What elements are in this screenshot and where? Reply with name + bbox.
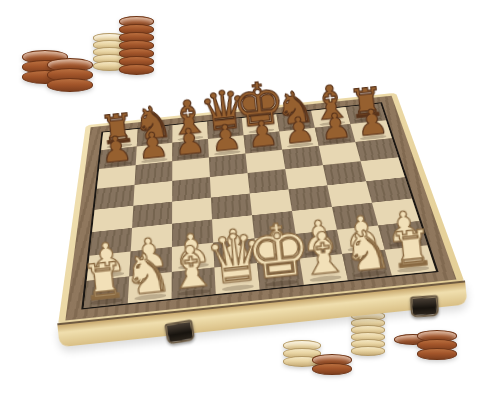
board-tilt-wrapper: ♜♞♝♛♚♞♝♜♟♟♟♟♟♟♟♟♟♟♟♟♟♟♟♟♜♞♝♛♚♝♞♜ (0, 0, 500, 402)
product-photo: ♜♞♝♛♚♞♝♜♟♟♟♟♟♟♟♟♟♟♟♟♟♟♟♟♜♞♝♛♚♝♞♜ (0, 0, 500, 402)
dark-knight: ♞ (273, 85, 317, 131)
square-c5 (172, 177, 211, 202)
square-f5 (285, 165, 327, 189)
piece-shadow (178, 289, 210, 297)
piece-shadow (93, 271, 124, 278)
dark-bishop: ♝ (307, 80, 352, 128)
square-f1: ♝ (300, 254, 348, 285)
square-b1: ♞ (128, 272, 172, 303)
piece-shadow (353, 270, 386, 278)
clasp-left-icon (164, 319, 195, 345)
square-g6 (319, 142, 361, 165)
square-a4 (92, 206, 133, 232)
dark-knight: ♞ (131, 100, 175, 146)
piece-shadow (396, 266, 429, 274)
square-a5 (95, 185, 135, 210)
square-b2: ♟ (129, 247, 172, 276)
square-e7: ♟ (244, 132, 283, 154)
square-g1: ♞ (342, 250, 392, 280)
square-a6 (97, 165, 136, 189)
piece-shadow (262, 254, 293, 261)
square-d7: ♟ (208, 135, 246, 157)
clasp-right-icon (410, 295, 439, 317)
square-c6 (172, 157, 210, 180)
square-h1: ♜ (385, 245, 436, 275)
piece-shadow (222, 284, 254, 292)
square-a1: ♜ (84, 276, 130, 307)
piece-shadow (309, 275, 341, 283)
square-f7: ♟ (279, 128, 319, 150)
square-a2: ♟ (87, 251, 131, 281)
board-grid: ♜♞♝♛♚♞♝♜♟♟♟♟♟♟♟♟♟♟♟♟♟♟♟♟♜♞♝♛♚♝♞♜ (84, 103, 436, 308)
piece-shadow (134, 293, 166, 301)
square-h7: ♟ (350, 120, 392, 142)
square-c1: ♝ (172, 268, 216, 299)
piece-shadow (90, 298, 122, 306)
square-d1: ♛ (214, 263, 259, 294)
square-b5 (133, 181, 172, 206)
piece-shadow (265, 280, 297, 288)
square-e1: ♚ (257, 259, 304, 290)
chess-board-scene: ♜♞♝♛♚♞♝♜♟♟♟♟♟♟♟♟♟♟♟♟♟♟♟♟♜♞♝♛♚♝♞♜ (14, 10, 498, 400)
dark-bishop: ♝ (165, 95, 210, 143)
board-pinstripe: ♜♞♝♛♚♞♝♜♟♟♟♟♟♟♟♟♟♟♟♟♟♟♟♟♜♞♝♛♚♝♞♜ (81, 102, 438, 309)
square-e5 (248, 169, 289, 193)
